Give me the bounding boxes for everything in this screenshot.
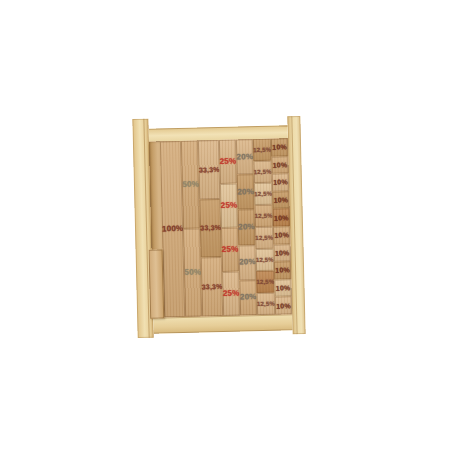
block-label: 10% xyxy=(274,232,289,239)
block-label: 12,5% xyxy=(255,213,273,219)
block-25-2[interactable]: 25% xyxy=(220,184,238,228)
block-12_5-5[interactable]: 12,5% xyxy=(255,227,274,249)
block-label: 10% xyxy=(276,302,291,309)
block-label: 10% xyxy=(273,179,288,186)
block-33-1[interactable]: 33,3% xyxy=(198,140,220,199)
block-label: 12,5% xyxy=(256,257,274,263)
block-33-3[interactable]: 33,3% xyxy=(201,257,223,316)
block-label: 33,3% xyxy=(199,166,220,174)
block-label: 20% xyxy=(237,188,254,196)
block-label: 33,3% xyxy=(202,283,223,291)
block-20-3[interactable]: 20% xyxy=(238,210,256,246)
block-label: 25% xyxy=(223,290,240,298)
block-label: 12,5% xyxy=(257,301,275,307)
wooden-tray: 100%50%50%33,3%33,3%33,3%25%25%25%25%20%… xyxy=(132,115,305,338)
block-label: 33,3% xyxy=(200,224,221,232)
block-25-4[interactable]: 25% xyxy=(222,272,240,316)
block-10-4[interactable]: 10% xyxy=(272,191,289,209)
block-label: 20% xyxy=(238,223,255,231)
block-label: 10% xyxy=(275,249,290,256)
block-12_5-1[interactable]: 12,5% xyxy=(253,139,272,161)
block-label: 12,5% xyxy=(256,279,274,285)
tray-bottom-rail xyxy=(153,314,292,333)
block-50-2[interactable]: 50% xyxy=(183,228,202,316)
block-20-5[interactable]: 20% xyxy=(239,280,257,316)
block-label: 20% xyxy=(239,258,256,266)
block-label: 12,5% xyxy=(254,191,272,197)
block-25-3[interactable]: 25% xyxy=(221,228,239,272)
block-label: 20% xyxy=(236,153,253,161)
block-20-4[interactable]: 20% xyxy=(239,245,257,281)
block-50-1[interactable]: 50% xyxy=(181,140,200,228)
block-10-6[interactable]: 10% xyxy=(273,226,290,244)
block-label: 25% xyxy=(222,246,239,254)
block-12_5-7[interactable]: 12,5% xyxy=(256,271,275,293)
block-12_5-3[interactable]: 12,5% xyxy=(254,183,273,205)
block-12_5-8[interactable]: 12,5% xyxy=(257,293,276,315)
block-10-9[interactable]: 10% xyxy=(274,279,291,297)
block-label: 10% xyxy=(273,196,288,203)
block-label: 12,5% xyxy=(255,235,273,241)
block-label: 50% xyxy=(182,180,199,188)
block-label: 12,5% xyxy=(253,147,271,153)
block-label: 100% xyxy=(162,225,183,234)
tray-interior: 100%50%50%33,3%33,3%33,3%25%25%25%25%20%… xyxy=(149,138,292,317)
block-label: 10% xyxy=(275,267,290,274)
block-label: 10% xyxy=(272,144,287,151)
block-10-1[interactable]: 10% xyxy=(271,138,288,156)
block-10-10[interactable]: 10% xyxy=(275,297,292,315)
photo-background: 100%50%50%33,3%33,3%33,3%25%25%25%25%20%… xyxy=(0,0,458,458)
block-12_5-4[interactable]: 12,5% xyxy=(255,205,274,227)
block-label: 25% xyxy=(221,202,238,210)
block-10-7[interactable]: 10% xyxy=(273,244,290,262)
block-12_5-2[interactable]: 12,5% xyxy=(253,161,272,183)
percentage-blocks-grid: 100%50%50%33,3%33,3%33,3%25%25%25%25%20%… xyxy=(160,138,292,317)
block-10-5[interactable]: 10% xyxy=(273,209,290,227)
block-20-1[interactable]: 20% xyxy=(236,139,254,175)
thin-strip-piece[interactable] xyxy=(149,249,165,318)
block-label: 50% xyxy=(184,268,201,276)
block-10-3[interactable]: 10% xyxy=(272,173,289,191)
block-12_5-6[interactable]: 12,5% xyxy=(256,249,275,271)
block-20-2[interactable]: 20% xyxy=(237,174,255,210)
block-10-2[interactable]: 10% xyxy=(271,156,288,174)
block-33-2[interactable]: 33,3% xyxy=(200,199,222,258)
block-label: 25% xyxy=(220,158,237,166)
block-25-1[interactable]: 25% xyxy=(219,140,237,184)
block-label: 12,5% xyxy=(254,169,272,175)
block-label: 10% xyxy=(276,284,291,291)
block-label: 10% xyxy=(273,161,288,168)
block-10-8[interactable]: 10% xyxy=(274,261,291,279)
block-label: 20% xyxy=(240,293,257,301)
block-label: 10% xyxy=(274,214,289,221)
